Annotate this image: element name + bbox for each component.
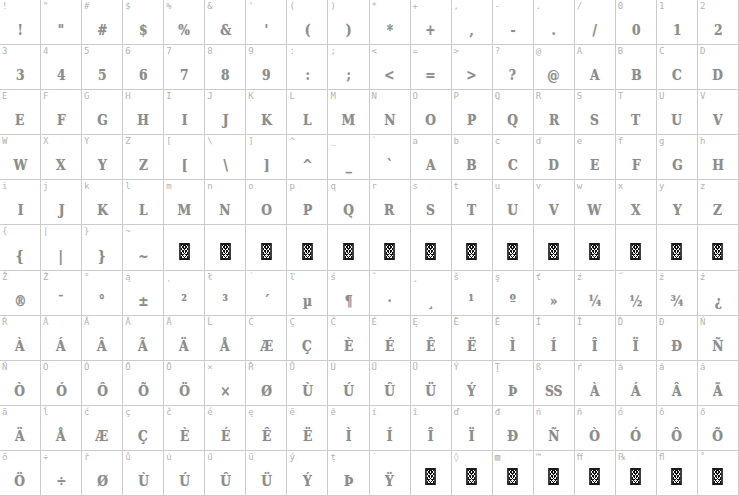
missing-glyph [425, 243, 436, 264]
charmap-cell: ˚ [698, 451, 739, 496]
missing-glyph-box [507, 243, 518, 260]
cell-glyph: + [425, 22, 435, 38]
cell-glyph: B [466, 157, 476, 173]
cell-glyph: Ñ [548, 428, 559, 444]
charmap-cell: ďÏ [452, 406, 493, 451]
charmap-cell: ]] [246, 135, 287, 180]
charmap-cell: ¸¸ [411, 271, 452, 316]
cell-char-label: Ń [700, 317, 705, 327]
charmap-cell: ýÝ [287, 451, 328, 496]
cell-char-label: Ĺ [207, 317, 212, 327]
cell-char-label: W [2, 136, 7, 146]
cell-char-label: X [43, 136, 48, 146]
cell-char-label: É [372, 317, 377, 327]
charmap-cell: 99 [246, 45, 287, 90]
missing-glyph [425, 468, 436, 489]
cell-glyph: È [344, 338, 353, 354]
cell-glyph: Ä [179, 338, 189, 354]
cell-glyph: Í [387, 428, 393, 444]
cell-glyph: A [426, 157, 436, 173]
cell-char-label: ß [536, 362, 541, 372]
cell-glyph: I [17, 202, 23, 218]
cell-char-label: ÷ [43, 452, 48, 462]
cell-char-label: N [372, 91, 377, 101]
cell-glyph: Â [672, 383, 682, 399]
cell-char-label: 8 [207, 46, 212, 56]
cell-glyph: L [303, 112, 312, 128]
cell-char-label: ů [125, 452, 130, 462]
cell-char-label: ű [207, 452, 212, 462]
charmap-cell: vV [534, 180, 575, 225]
missing-glyph [179, 243, 190, 264]
charmap-cell: CC [657, 45, 698, 90]
charmap-cell: ;; [328, 45, 369, 90]
cell-glyph: S [426, 202, 435, 218]
cell-char-label: w [577, 181, 582, 191]
cell-glyph: K [97, 202, 108, 218]
charmap-cell: ęÊ [246, 406, 287, 451]
charmap-cell: ńÑ [534, 406, 575, 451]
cell-char-label: á [618, 362, 623, 372]
charmap-cell: ÎÎ [575, 316, 616, 361]
cell-char-label: ŕ [577, 362, 582, 372]
cell-char-label: é [207, 407, 212, 417]
cell-glyph: Æ [260, 338, 273, 354]
cell-glyph: P [303, 202, 312, 218]
cell-glyph: × [220, 383, 230, 399]
charmap-cell: éÉ [205, 406, 246, 451]
cell-char-label: ź [577, 272, 582, 282]
charmap-cell: čÈ [164, 406, 205, 451]
cell-glyph: Ð [672, 338, 683, 354]
charmap-cell: FF [41, 90, 82, 135]
charmap-cell: řØ [82, 451, 123, 496]
cell-char-label: ˚ [700, 452, 705, 462]
charmap-cell: qQ [328, 180, 369, 225]
charmap-cell: \\ [205, 135, 246, 180]
charmap-cell: űÛ [205, 451, 246, 496]
cell-glyph: Û [220, 473, 231, 489]
cell-char-label: ř [84, 452, 89, 462]
cell-char-label: Á [43, 317, 48, 327]
charmap-cell: 77 [164, 45, 205, 90]
charmap-cell: ÜÜ [411, 361, 452, 406]
cell-char-label: @ [536, 46, 541, 56]
cell-glyph: É [385, 338, 394, 354]
cell-glyph: Ç [302, 338, 312, 354]
cell-char-label: 6 [125, 46, 130, 56]
cell-glyph: Ì [346, 428, 352, 444]
cell-char-label: ą [125, 272, 130, 282]
missing-glyph-box [548, 468, 559, 485]
cell-char-label: g [659, 136, 664, 146]
charmap-cell: ŔÀ [0, 316, 41, 361]
charmap-cell: âÂ [657, 361, 698, 406]
missing-glyph [548, 243, 559, 264]
charmap-cell: ŘØ [246, 361, 287, 406]
charmap-cell: MM [328, 90, 369, 135]
charmap-cell: ˝½ [616, 271, 657, 316]
cell-char-label: U [659, 91, 664, 101]
cell-glyph: | [59, 248, 63, 264]
charmap-cell: °° [82, 271, 123, 316]
cell-glyph: ¼ [588, 293, 601, 309]
cell-glyph: Â [97, 338, 107, 354]
cell-char-label: 0 [618, 1, 623, 11]
charmap-cell: ť» [534, 271, 575, 316]
charmap-cell: úÚ [164, 451, 205, 496]
charmap-cell: ČÈ [328, 316, 369, 361]
cell-char-label: c [495, 136, 500, 146]
cell-char-label: Ď [618, 317, 623, 327]
cell-glyph: Þ [508, 383, 517, 399]
cell-glyph: * [386, 22, 392, 38]
cell-char-label: â [659, 362, 664, 372]
cell-glyph: Ô [97, 383, 108, 399]
cell-char-label: ę [248, 407, 253, 417]
cell-glyph: E [15, 112, 24, 128]
cell-glyph: Ú [343, 383, 354, 399]
cell-char-label: ` [372, 136, 377, 146]
cell-glyph: Ö [179, 383, 190, 399]
charmap-cell: ĹÅ [205, 316, 246, 361]
cell-glyph: I [181, 112, 187, 128]
cell-char-label: K [248, 91, 253, 101]
cell-char-label: ä [2, 407, 7, 417]
cell-glyph: A [590, 67, 600, 83]
cell-glyph: Á [631, 383, 641, 399]
cell-glyph: U [672, 112, 683, 128]
cell-char-label: * [372, 1, 377, 11]
cell-glyph: Ç [138, 428, 148, 444]
cell-char-label: Ž [2, 272, 7, 282]
charmap-cell: ĚÌ [493, 316, 534, 361]
charmap-cell: nN [205, 180, 246, 225]
cell-char-label: y [659, 181, 664, 191]
cell-glyph: Õ [713, 428, 724, 444]
cell-char-label: I [166, 91, 171, 101]
charmap-cell: ż¿ [698, 271, 739, 316]
cell-char-label: ý [289, 452, 294, 462]
cell-char-label: o [248, 181, 253, 191]
charmap-cell: (( [287, 0, 328, 45]
cell-glyph: À [15, 338, 25, 354]
charmap-cell [328, 225, 369, 270]
cell-glyph: W [588, 202, 602, 218]
charmap-cell: ŃÑ [698, 316, 739, 361]
cell-glyph: " [58, 22, 64, 38]
cell-glyph: Ö [15, 473, 26, 489]
cell-glyph: ´ [263, 293, 269, 309]
character-map-grid: !!""##$$%%&&''(())**++,,--..//0011223344… [0, 0, 739, 496]
cell-char-label: ń [536, 407, 541, 417]
charmap-cell: çÇ [123, 406, 164, 451]
cell-glyph: Ä [15, 428, 25, 444]
cell-glyph: Ü [261, 473, 272, 489]
charmap-cell: )) [328, 0, 369, 45]
cell-glyph: G [672, 157, 683, 173]
cell-char-label: , [454, 1, 459, 11]
cell-glyph: ¯ [58, 293, 64, 309]
cell-char-label: p [289, 181, 294, 191]
charmap-cell [698, 225, 739, 270]
cell-char-label: Í [536, 317, 541, 327]
charmap-cell: == [411, 45, 452, 90]
cell-char-label: Ň [2, 362, 7, 372]
cell-glyph: Q [507, 112, 518, 128]
charmap-cell: ś¶ [328, 271, 369, 316]
cell-glyph: G [97, 112, 108, 128]
charmap-cell: GG [82, 90, 123, 135]
cell-glyph: T [631, 112, 640, 128]
cell-glyph: E [590, 157, 599, 173]
missing-glyph-box [507, 468, 518, 485]
cell-char-label: d [536, 136, 541, 146]
cell-glyph: Ó [56, 383, 67, 399]
cell-char-label: = [413, 46, 418, 56]
cell-glyph: » [550, 293, 558, 309]
cell-char-label: Ă [125, 317, 130, 327]
cell-char-label: Y [84, 136, 89, 146]
charmap-cell: yY [657, 180, 698, 225]
cell-char-label: E [2, 91, 7, 101]
cell-glyph: % [178, 22, 190, 38]
charmap-cell: rR [370, 180, 411, 225]
cell-char-label: r [372, 181, 377, 191]
charmap-cell: >> [452, 45, 493, 90]
cell-char-label: v [536, 181, 541, 191]
cell-char-label: A [577, 46, 582, 56]
cell-char-label: ĺ [43, 407, 48, 417]
cell-glyph: 7 [180, 67, 189, 83]
charmap-cell: eE [575, 135, 616, 180]
charmap-cell: !! [0, 0, 41, 45]
missing-glyph-box [425, 468, 436, 485]
cell-char-label: ç [125, 407, 130, 417]
charmap-cell: PP [452, 90, 493, 135]
cell-char-label: Ü [413, 362, 418, 372]
cell-char-label: } [84, 226, 89, 236]
cell-char-label: ) [330, 1, 335, 11]
charmap-cell: // [575, 0, 616, 45]
cell-char-label: Ż [43, 272, 48, 282]
cell-glyph: ] [263, 157, 269, 173]
cell-glyph: . [552, 22, 556, 38]
cell-char-label: Ć [248, 317, 253, 327]
cell-glyph: · [387, 293, 391, 309]
cell-char-label: 3 [2, 46, 7, 56]
charmap-cell: ëË [287, 406, 328, 451]
cell-char-label: - [495, 1, 500, 11]
charmap-cell: ĘÊ [411, 316, 452, 361]
charmap-cell [411, 225, 452, 270]
cell-char-label: / [577, 1, 582, 11]
cell-char-label: ¸ [413, 272, 418, 282]
cell-glyph: ± [138, 293, 148, 309]
cell-glyph: ; [346, 67, 351, 83]
cell-char-label: ť [536, 272, 541, 282]
charmap-cell: ćÆ [82, 406, 123, 451]
charmap-cell: {{ [0, 225, 41, 270]
missing-glyph [220, 243, 231, 264]
cell-glyph: B [631, 67, 641, 83]
cell-char-label: í [372, 407, 377, 417]
cell-glyph: Ï [633, 338, 639, 354]
cell-char-label: Ç [289, 317, 294, 327]
cell-char-label: R [536, 91, 541, 101]
cell-glyph: [ [181, 157, 187, 173]
cell-glyph: , [469, 22, 473, 38]
charmap-cell: ÂÂ [82, 316, 123, 361]
charmap-cell: kK [82, 180, 123, 225]
cell-glyph: ( [304, 22, 310, 38]
cell-glyph: V [713, 112, 723, 128]
cell-glyph: H [137, 112, 149, 128]
cell-char-label: Ó [43, 362, 48, 372]
charmap-cell: $$ [123, 0, 164, 45]
charmap-cell: ÖÖ [164, 361, 205, 406]
cell-glyph: H [712, 157, 724, 173]
charmap-cell: XX [41, 135, 82, 180]
missing-glyph-box [466, 243, 477, 260]
charmap-cell: ++ [411, 0, 452, 45]
charmap-cell: ﬀ [575, 451, 616, 496]
cell-char-label: ] [248, 136, 253, 146]
cell-char-label: ő [700, 407, 705, 417]
cell-glyph: Ý [467, 383, 476, 399]
missing-glyph [589, 468, 600, 489]
cell-char-label: 7 [166, 46, 171, 56]
charmap-cell: && [205, 0, 246, 45]
cell-glyph: È [180, 428, 189, 444]
cell-glyph: ² [182, 293, 187, 309]
missing-glyph [507, 243, 518, 264]
missing-glyph [589, 243, 600, 264]
cell-char-label: % [166, 1, 171, 11]
charmap-cell: üÜ [246, 451, 287, 496]
cell-char-label: 4 [43, 46, 48, 56]
charmap-cell [287, 225, 328, 270]
charmap-cell: :: [287, 45, 328, 90]
charmap-cell: aA [411, 135, 452, 180]
cell-glyph: M [177, 202, 191, 218]
cell-glyph: $ [139, 22, 148, 38]
charmap-cell: ßSS [534, 361, 575, 406]
cell-char-label: ™ [536, 452, 541, 462]
cell-char-label: Ţ [495, 362, 500, 372]
cell-char-label: V [700, 91, 705, 101]
cell-glyph: ` [386, 157, 392, 173]
charmap-cell [205, 225, 246, 270]
cell-char-label: ˙ [372, 452, 377, 462]
cell-char-label: L [289, 91, 294, 101]
missing-glyph [302, 243, 313, 264]
charmap-cell: xX [616, 180, 657, 225]
cell-char-label: _ [330, 136, 335, 146]
cell-char-label: ~ [125, 226, 130, 236]
charmap-cell: ˛² [164, 271, 205, 316]
cell-char-label: ü [248, 452, 253, 462]
charmap-cell [493, 225, 534, 270]
missing-glyph-box [261, 243, 272, 260]
charmap-cell: tT [452, 180, 493, 225]
charmap-cell: ž¾ [657, 271, 698, 316]
cell-glyph: { [16, 248, 24, 264]
charmap-cell: 44 [41, 45, 82, 90]
cell-char-label: : [289, 46, 294, 56]
cell-char-label: ô [659, 407, 664, 417]
cell-glyph: 8 [221, 67, 230, 83]
charmap-cell: ^^ [287, 135, 328, 180]
cell-glyph: Å [221, 338, 231, 354]
cell-glyph: T [467, 202, 476, 218]
missing-glyph-box [425, 243, 436, 260]
cell-glyph: ¹ [469, 293, 474, 309]
cell-char-label: ë [289, 407, 294, 417]
missing-glyph [466, 243, 477, 264]
charmap-cell: II [164, 90, 205, 135]
cell-char-label: × [207, 362, 212, 372]
cell-glyph: R [384, 202, 394, 218]
cell-glyph: Í [551, 338, 557, 354]
cell-char-label: Z [125, 136, 130, 146]
missing-glyph [672, 243, 683, 264]
cell-char-label: C [659, 46, 664, 56]
charmap-cell: mM [164, 180, 205, 225]
cell-char-label: ▨ [495, 452, 500, 462]
cell-glyph: ^ [302, 157, 312, 173]
cell-char-label: e [577, 136, 582, 146]
cell-glyph: Ã [138, 338, 148, 354]
cell-char-label: \ [207, 136, 212, 146]
missing-glyph [466, 468, 477, 489]
cell-glyph: Ô [672, 428, 683, 444]
cell-char-label: m [166, 181, 171, 191]
cell-glyph: À [590, 383, 600, 399]
cell-char-label: ě [330, 407, 335, 417]
charmap-cell: ▨ [493, 451, 534, 496]
cell-char-label: z [700, 181, 705, 191]
charmap-cell: äÄ [0, 406, 41, 451]
charmap-cell: }} [82, 225, 123, 270]
charmap-cell: ĆÆ [246, 316, 287, 361]
charmap-cell: .. [534, 0, 575, 45]
cell-glyph: Õ [138, 383, 149, 399]
charmap-cell: bB [452, 135, 493, 180]
cell-char-label: ö [2, 452, 7, 462]
cell-glyph: Ø [97, 473, 108, 489]
cell-glyph: = [425, 67, 435, 83]
charmap-cell: ł³ [205, 271, 246, 316]
cell-glyph: @ [548, 67, 560, 83]
cell-glyph: Ê [262, 428, 271, 444]
cell-char-label: š [454, 272, 459, 282]
cell-glyph: Þ [344, 473, 353, 489]
cell-glyph: J [222, 112, 228, 128]
cell-char-label: Đ [659, 317, 664, 327]
cell-char-label: # [84, 1, 89, 11]
missing-glyph-box [466, 468, 477, 485]
charmap-cell: cC [493, 135, 534, 180]
cell-glyph: ° [99, 293, 105, 309]
cell-char-label: î [413, 407, 418, 417]
cell-char-label: B [618, 46, 623, 56]
charmap-cell: ÄÄ [164, 316, 205, 361]
cell-char-label: ň [577, 407, 582, 417]
missing-glyph [631, 468, 642, 489]
cell-glyph: ! [17, 22, 22, 38]
cell-glyph: X [56, 157, 66, 173]
